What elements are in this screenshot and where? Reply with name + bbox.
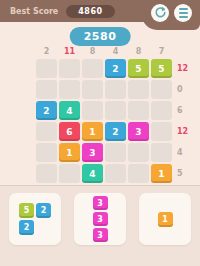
restart-button[interactable] xyxy=(151,4,169,22)
grid-cell[interactable] xyxy=(128,143,149,162)
grid-cell[interactable] xyxy=(105,80,126,99)
grid-cell[interactable]: 3 xyxy=(82,143,103,162)
grid-cell[interactable]: 5 xyxy=(151,59,172,78)
row-sum-label: 4 xyxy=(174,143,190,162)
row-sum-label: 6 xyxy=(174,101,190,120)
row-sum-label: 12 xyxy=(174,59,190,78)
col-sum-header: 4 xyxy=(105,45,126,57)
piece-tile: 3 xyxy=(93,228,108,242)
col-sum-header: 2 xyxy=(36,45,57,57)
piece-tile: 3 xyxy=(93,196,108,210)
grid-cell[interactable]: 4 xyxy=(59,101,80,120)
grid-cell[interactable] xyxy=(151,143,172,162)
grid-cell[interactable]: 2 xyxy=(105,122,126,141)
grid-cell[interactable]: 1 xyxy=(82,122,103,141)
menu-button[interactable] xyxy=(174,4,192,22)
piece-tile: 1 xyxy=(158,212,173,227)
col-sum-header: 11 xyxy=(59,45,80,57)
grid-cell[interactable] xyxy=(105,164,126,183)
grid-cell[interactable] xyxy=(36,143,57,162)
grid-cell[interactable] xyxy=(82,101,103,120)
piece-L-shape[interactable]: 5 2 2 xyxy=(19,203,51,235)
piece-tile: 5 xyxy=(19,203,34,218)
grid-cell[interactable] xyxy=(105,143,126,162)
grid-cell[interactable]: 1 xyxy=(59,143,80,162)
piece-tile: 2 xyxy=(19,220,34,235)
grid-cell[interactable] xyxy=(59,59,80,78)
grid-cell[interactable]: 3 xyxy=(128,122,149,141)
row-sum-label: 5 xyxy=(174,164,190,183)
grid-cell[interactable]: 1 xyxy=(151,164,172,183)
grid-cell[interactable]: 2 xyxy=(105,59,126,78)
col-sum-header: 8 xyxy=(128,45,149,57)
piece-tray-1[interactable]: 5 2 2 xyxy=(9,193,61,245)
grid-cell[interactable] xyxy=(59,80,80,99)
row-sum-label: 0 xyxy=(174,80,190,99)
grid-cell[interactable] xyxy=(105,101,126,120)
piece-vertical-bar[interactable]: 3 3 3 xyxy=(93,196,108,242)
best-score-label: Best Score xyxy=(10,7,58,16)
grid-cell[interactable] xyxy=(36,164,57,183)
score-badge: 2580 xyxy=(70,27,131,46)
grid-cell[interactable] xyxy=(151,80,172,99)
col-sum-header: 8 xyxy=(82,45,103,57)
menu-icon xyxy=(179,8,188,18)
grid-cell[interactable]: 2 xyxy=(36,101,57,120)
grid-cell[interactable] xyxy=(151,101,172,120)
grid-cell[interactable] xyxy=(128,80,149,99)
grid-cell[interactable] xyxy=(36,59,57,78)
grid-cell[interactable]: 5 xyxy=(128,59,149,78)
grid-cell[interactable]: 4 xyxy=(82,164,103,183)
grid-cell[interactable] xyxy=(128,101,149,120)
piece-tray-area: 5 2 2 3 3 3 1 xyxy=(0,185,200,266)
piece-tray-2[interactable]: 3 3 3 xyxy=(74,193,126,245)
grid-cell[interactable]: 6 xyxy=(59,122,80,141)
best-score-value: 4860 xyxy=(66,5,114,18)
grid-cell[interactable] xyxy=(151,122,172,141)
board-corner xyxy=(174,45,190,57)
restart-icon xyxy=(154,4,167,23)
col-sum-header: 7 xyxy=(151,45,172,57)
grid-cell[interactable] xyxy=(128,164,149,183)
grid-cell[interactable] xyxy=(36,80,57,99)
piece-single[interactable]: 1 xyxy=(158,212,173,227)
grid-cell[interactable] xyxy=(82,59,103,78)
grid-cell[interactable] xyxy=(82,80,103,99)
grid-cell[interactable] xyxy=(59,164,80,183)
piece-tray-3[interactable]: 1 xyxy=(139,193,191,245)
piece-tile: 3 xyxy=(93,212,108,226)
header-buttons-area xyxy=(142,0,200,30)
piece-tile xyxy=(36,220,51,235)
piece-tile: 2 xyxy=(36,203,51,218)
grid-cell[interactable] xyxy=(36,122,57,141)
game-board: 2 11 8 4 8 7 2 5 5 12 0 2 4 6 6 1 2 3 12… xyxy=(36,45,190,183)
row-sum-label: 12 xyxy=(174,122,190,141)
